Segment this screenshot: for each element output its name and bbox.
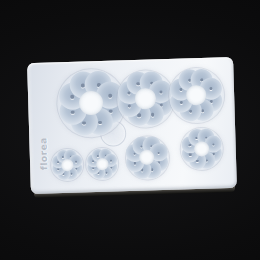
cavity-flower-small-2 [86, 147, 119, 180]
cavity-center-hole [96, 158, 108, 170]
cavity-flower-small-3 [125, 135, 169, 179]
cavity-center-hole [61, 159, 73, 171]
brand-text: florea [37, 123, 51, 183]
cavity-center-hole [135, 88, 156, 109]
silicone-mold: florea [27, 57, 237, 194]
mold-face: florea [27, 57, 237, 194]
cavity-flower-large-3 [168, 67, 225, 124]
cavity-center-hole [186, 85, 206, 105]
cavity-flower-small-4 [180, 127, 223, 170]
cavity-flower-small-1 [51, 148, 84, 181]
photo-stage: florea [0, 0, 260, 260]
cavity-flower-large-2 [116, 69, 175, 128]
